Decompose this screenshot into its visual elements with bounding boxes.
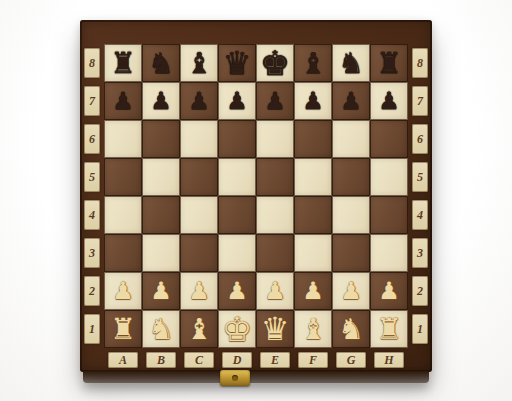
file-label-cell: D — [218, 348, 256, 372]
rank-label-cell: 1 — [408, 310, 432, 348]
rank-label-cell: 6 — [408, 120, 432, 158]
rank-label-right-4: 4 — [412, 200, 428, 230]
frame-corner — [408, 20, 432, 44]
square-b1: ♞ — [142, 310, 180, 348]
square-d5 — [218, 158, 256, 196]
square-a7: ♟ — [104, 82, 142, 120]
file-label-a: A — [108, 352, 138, 368]
piece-white-knight: ♞ — [142, 310, 180, 348]
square-f3 — [294, 234, 332, 272]
rank-label-cell: 8 — [408, 44, 432, 82]
square-g4 — [332, 196, 370, 234]
frame-top-cell — [142, 20, 180, 44]
file-label-c: C — [184, 352, 214, 368]
square-d4 — [218, 196, 256, 234]
piece-white-knight: ♞ — [332, 310, 370, 348]
square-b2: ♟ — [142, 272, 180, 310]
square-d8: ♛ — [218, 44, 256, 82]
piece-black-rook: ♜ — [104, 44, 142, 82]
square-d7: ♟ — [218, 82, 256, 120]
piece-white-bishop: ♝ — [294, 310, 332, 348]
frame-corner — [408, 348, 432, 372]
piece-white-pawn: ♟ — [332, 272, 370, 310]
frame-corner — [80, 20, 104, 44]
square-a8: ♜ — [104, 44, 142, 82]
square-c2: ♟ — [180, 272, 218, 310]
piece-black-bishop: ♝ — [180, 44, 218, 82]
piece-white-rook: ♜ — [104, 310, 142, 348]
file-label-cell: C — [180, 348, 218, 372]
rank-label-left-7: 7 — [84, 86, 100, 116]
square-b3 — [142, 234, 180, 272]
square-e1: ♛ — [256, 310, 294, 348]
square-c1: ♝ — [180, 310, 218, 348]
file-label-cell: H — [370, 348, 408, 372]
rank-label-cell: 4 — [80, 196, 104, 234]
square-g2: ♟ — [332, 272, 370, 310]
square-h1: ♜ — [370, 310, 408, 348]
rank-label-right-2: 2 — [412, 276, 428, 306]
piece-black-pawn: ♟ — [218, 82, 256, 120]
scene: 8♜♞♝♛♚♝♞♜87♟♟♟♟♟♟♟♟7665544332♟♟♟♟♟♟♟♟21♜… — [0, 0, 512, 401]
square-b6 — [142, 120, 180, 158]
square-d2: ♟ — [218, 272, 256, 310]
frame-top-cell — [332, 20, 370, 44]
square-g7: ♟ — [332, 82, 370, 120]
frame-top-cell — [370, 20, 408, 44]
piece-white-pawn: ♟ — [256, 272, 294, 310]
rank-label-cell: 5 — [80, 158, 104, 196]
square-a3 — [104, 234, 142, 272]
square-g8: ♞ — [332, 44, 370, 82]
square-c7: ♟ — [180, 82, 218, 120]
square-c8: ♝ — [180, 44, 218, 82]
rank-label-left-1: 1 — [84, 314, 100, 344]
square-h4 — [370, 196, 408, 234]
brass-clasp-icon — [220, 370, 250, 386]
rank-label-cell: 3 — [408, 234, 432, 272]
square-f5 — [294, 158, 332, 196]
rank-label-right-5: 5 — [412, 162, 428, 192]
square-d6 — [218, 120, 256, 158]
square-g1: ♞ — [332, 310, 370, 348]
piece-black-pawn: ♟ — [332, 82, 370, 120]
square-f1: ♝ — [294, 310, 332, 348]
rank-label-cell: 4 — [408, 196, 432, 234]
rank-label-right-1: 1 — [412, 314, 428, 344]
square-f4 — [294, 196, 332, 234]
square-c6 — [180, 120, 218, 158]
file-label-d: D — [222, 352, 252, 368]
piece-white-queen: ♛ — [256, 310, 294, 348]
file-label-h: H — [374, 352, 404, 368]
piece-black-king: ♚ — [256, 44, 294, 82]
square-f6 — [294, 120, 332, 158]
rank-label-right-3: 3 — [412, 238, 428, 268]
square-d3 — [218, 234, 256, 272]
frame-corner — [80, 348, 104, 372]
piece-black-knight: ♞ — [142, 44, 180, 82]
piece-white-bishop: ♝ — [180, 310, 218, 348]
rank-label-cell: 6 — [80, 120, 104, 158]
piece-black-knight: ♞ — [332, 44, 370, 82]
piece-white-pawn: ♟ — [218, 272, 256, 310]
square-a5 — [104, 158, 142, 196]
file-label-f: F — [298, 352, 328, 368]
square-g5 — [332, 158, 370, 196]
piece-black-pawn: ♟ — [294, 82, 332, 120]
board-grid: 8♜♞♝♛♚♝♞♜87♟♟♟♟♟♟♟♟7665544332♟♟♟♟♟♟♟♟21♜… — [80, 20, 432, 372]
rank-label-left-5: 5 — [84, 162, 100, 192]
board-frame: 8♜♞♝♛♚♝♞♜87♟♟♟♟♟♟♟♟7665544332♟♟♟♟♟♟♟♟21♜… — [80, 20, 432, 372]
piece-white-king: ♚ — [218, 310, 256, 348]
rank-label-cell: 2 — [408, 272, 432, 310]
piece-black-pawn: ♟ — [180, 82, 218, 120]
piece-black-rook: ♜ — [370, 44, 408, 82]
square-c3 — [180, 234, 218, 272]
rank-label-cell: 1 — [80, 310, 104, 348]
square-f2: ♟ — [294, 272, 332, 310]
square-h5 — [370, 158, 408, 196]
square-b8: ♞ — [142, 44, 180, 82]
piece-white-pawn: ♟ — [104, 272, 142, 310]
rank-label-right-7: 7 — [412, 86, 428, 116]
chess-set: 8♜♞♝♛♚♝♞♜87♟♟♟♟♟♟♟♟7665544332♟♟♟♟♟♟♟♟21♜… — [80, 20, 432, 372]
square-e5 — [256, 158, 294, 196]
board-side-edge — [83, 371, 429, 383]
rank-label-cell: 5 — [408, 158, 432, 196]
square-b4 — [142, 196, 180, 234]
frame-top-cell — [256, 20, 294, 44]
square-b5 — [142, 158, 180, 196]
square-f8: ♝ — [294, 44, 332, 82]
piece-black-pawn: ♟ — [104, 82, 142, 120]
file-label-g: G — [336, 352, 366, 368]
square-a1: ♜ — [104, 310, 142, 348]
piece-black-bishop: ♝ — [294, 44, 332, 82]
square-h7: ♟ — [370, 82, 408, 120]
rank-label-right-6: 6 — [412, 124, 428, 154]
piece-black-pawn: ♟ — [142, 82, 180, 120]
square-f7: ♟ — [294, 82, 332, 120]
rank-label-cell: 8 — [80, 44, 104, 82]
rank-label-left-8: 8 — [84, 48, 100, 78]
rank-label-cell: 2 — [80, 272, 104, 310]
square-c4 — [180, 196, 218, 234]
piece-white-pawn: ♟ — [180, 272, 218, 310]
square-e3 — [256, 234, 294, 272]
file-label-cell: E — [256, 348, 294, 372]
square-g3 — [332, 234, 370, 272]
rank-label-cell: 7 — [408, 82, 432, 120]
rank-label-cell: 7 — [80, 82, 104, 120]
file-label-cell: F — [294, 348, 332, 372]
file-label-cell: B — [142, 348, 180, 372]
square-a2: ♟ — [104, 272, 142, 310]
square-e7: ♟ — [256, 82, 294, 120]
file-label-e: E — [260, 352, 290, 368]
square-g6 — [332, 120, 370, 158]
piece-black-pawn: ♟ — [256, 82, 294, 120]
rank-label-left-3: 3 — [84, 238, 100, 268]
square-h6 — [370, 120, 408, 158]
square-h8: ♜ — [370, 44, 408, 82]
piece-white-rook: ♜ — [370, 310, 408, 348]
rank-label-left-2: 2 — [84, 276, 100, 306]
frame-top-cell — [104, 20, 142, 44]
square-e4 — [256, 196, 294, 234]
square-h2: ♟ — [370, 272, 408, 310]
rank-label-right-8: 8 — [412, 48, 428, 78]
rank-label-left-4: 4 — [84, 200, 100, 230]
piece-white-pawn: ♟ — [370, 272, 408, 310]
file-label-b: B — [146, 352, 176, 368]
square-a6 — [104, 120, 142, 158]
square-e2: ♟ — [256, 272, 294, 310]
square-b7: ♟ — [142, 82, 180, 120]
piece-white-pawn: ♟ — [142, 272, 180, 310]
rank-label-cell: 3 — [80, 234, 104, 272]
square-d1: ♚ — [218, 310, 256, 348]
square-a4 — [104, 196, 142, 234]
frame-top-cell — [180, 20, 218, 44]
square-e6 — [256, 120, 294, 158]
square-c5 — [180, 158, 218, 196]
frame-top-cell — [294, 20, 332, 44]
piece-black-pawn: ♟ — [370, 82, 408, 120]
square-e8: ♚ — [256, 44, 294, 82]
rank-label-left-6: 6 — [84, 124, 100, 154]
piece-black-queen: ♛ — [218, 44, 256, 82]
piece-white-pawn: ♟ — [294, 272, 332, 310]
file-label-cell: A — [104, 348, 142, 372]
frame-top-cell — [218, 20, 256, 44]
square-h3 — [370, 234, 408, 272]
file-label-cell: G — [332, 348, 370, 372]
